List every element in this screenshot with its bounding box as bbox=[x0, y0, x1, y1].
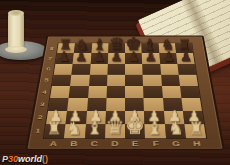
watermark-paren-close: ) bbox=[45, 154, 48, 164]
file-label-f: F bbox=[152, 139, 159, 147]
white-rook-a1[interactable]: ♜ bbox=[46, 120, 61, 137]
square-c1[interactable]: ♝ bbox=[84, 124, 105, 138]
black-pawn-a7[interactable]: ♟ bbox=[58, 50, 70, 63]
black-pawn-e7[interactable]: ♟ bbox=[128, 50, 140, 63]
square-a4[interactable] bbox=[50, 86, 70, 98]
square-h1[interactable]: ♜ bbox=[184, 124, 206, 138]
white-knight-g1[interactable]: ♞ bbox=[168, 120, 184, 138]
square-b5[interactable] bbox=[70, 75, 89, 86]
rank-label-5: 5 bbox=[44, 77, 49, 83]
square-a6[interactable] bbox=[54, 64, 73, 75]
square-h5[interactable] bbox=[178, 75, 198, 86]
file-label-e: E bbox=[132, 139, 139, 147]
chess-board[interactable]: ♜♞♝♛♚♝♞♜♟♟♟♟♟♟♟♟♟♟♟♟♟♟♟♟♜♞♝♛♚♝♞♜ ABCDEFG… bbox=[25, 36, 225, 151]
file-label-g: G bbox=[172, 139, 181, 147]
board-frame: ♜♞♝♛♚♝♞♜♟♟♟♟♟♟♟♟♟♟♟♟♟♟♟♟♜♞♝♛♚♝♞♜ ABCDEFG… bbox=[25, 36, 225, 151]
file-label-h: H bbox=[193, 139, 201, 147]
rank-label-6: 6 bbox=[46, 66, 51, 71]
white-knight-b1[interactable]: ♞ bbox=[66, 120, 82, 138]
square-h4[interactable] bbox=[180, 86, 200, 98]
square-e4[interactable] bbox=[125, 86, 144, 98]
rank-label-8: 8 bbox=[49, 46, 54, 51]
white-queen-d1[interactable]: ♛ bbox=[105, 116, 124, 137]
watermark-logo: P30world() bbox=[2, 154, 48, 164]
square-g6[interactable] bbox=[160, 64, 179, 75]
rank-label-4: 4 bbox=[42, 89, 48, 95]
black-pawn-g7[interactable]: ♟ bbox=[162, 50, 174, 63]
square-c5[interactable] bbox=[89, 75, 108, 86]
square-a1[interactable]: ♜ bbox=[44, 124, 66, 138]
square-g5[interactable] bbox=[161, 75, 180, 86]
square-d6[interactable] bbox=[107, 64, 125, 75]
file-label-d: D bbox=[111, 139, 118, 147]
square-e5[interactable] bbox=[125, 75, 143, 86]
square-h7[interactable]: ♟ bbox=[176, 53, 195, 63]
file-label-c: C bbox=[90, 139, 98, 147]
black-pawn-h7[interactable]: ♟ bbox=[180, 50, 192, 63]
file-labels: ABCDEFGH bbox=[42, 138, 207, 149]
square-f6[interactable] bbox=[142, 64, 160, 75]
white-rook-h1[interactable]: ♜ bbox=[188, 120, 203, 137]
black-pawn-d7[interactable]: ♟ bbox=[110, 50, 122, 63]
square-e7[interactable]: ♟ bbox=[125, 53, 142, 63]
square-b6[interactable] bbox=[72, 64, 91, 75]
square-h6[interactable] bbox=[177, 64, 196, 75]
square-g7[interactable]: ♟ bbox=[159, 53, 177, 63]
board-squares: ♜♞♝♛♚♝♞♜♟♟♟♟♟♟♟♟♟♟♟♟♟♟♟♟♜♞♝♛♚♝♞♜ bbox=[44, 43, 206, 138]
square-c7[interactable]: ♟ bbox=[90, 53, 108, 63]
file-label-b: B bbox=[70, 139, 78, 147]
file-label-a: A bbox=[49, 139, 57, 147]
white-bishop-c1[interactable]: ♝ bbox=[86, 118, 103, 137]
square-g1[interactable]: ♞ bbox=[164, 124, 185, 138]
square-d5[interactable] bbox=[107, 75, 125, 86]
square-b4[interactable] bbox=[69, 86, 89, 98]
black-pawn-f7[interactable]: ♟ bbox=[145, 50, 157, 63]
white-bishop-f1[interactable]: ♝ bbox=[147, 118, 164, 137]
square-f7[interactable]: ♟ bbox=[142, 53, 160, 63]
square-d7[interactable]: ♟ bbox=[108, 53, 125, 63]
black-pawn-c7[interactable]: ♟ bbox=[93, 50, 105, 63]
black-pawn-b7[interactable]: ♟ bbox=[76, 50, 88, 63]
rank-label-2: 2 bbox=[37, 114, 43, 121]
square-a5[interactable] bbox=[52, 75, 72, 86]
square-c6[interactable] bbox=[89, 64, 107, 75]
square-b7[interactable]: ♟ bbox=[73, 53, 91, 63]
rank-label-1: 1 bbox=[35, 128, 41, 135]
square-b1[interactable]: ♞ bbox=[64, 124, 85, 138]
square-f4[interactable] bbox=[143, 86, 162, 98]
square-c4[interactable] bbox=[88, 86, 107, 98]
watermark-30: 30 bbox=[8, 154, 18, 164]
white-king-e1[interactable]: ♚ bbox=[125, 115, 145, 137]
square-d4[interactable] bbox=[106, 86, 125, 98]
watermark-world: world bbox=[18, 154, 42, 164]
square-f1[interactable]: ♝ bbox=[145, 124, 166, 138]
rank-label-7: 7 bbox=[48, 56, 53, 61]
square-f5[interactable] bbox=[143, 75, 162, 86]
square-e6[interactable] bbox=[125, 64, 143, 75]
square-a7[interactable]: ♟ bbox=[55, 53, 74, 63]
square-e1[interactable]: ♚ bbox=[125, 124, 145, 138]
chess-game-scene: ♜♞♝♛♚♝♞♜♟♟♟♟♟♟♟♟♟♟♟♟♟♟♟♟♜♞♝♛♚♝♞♜ ABCDEFG… bbox=[0, 0, 230, 165]
square-d1[interactable]: ♛ bbox=[105, 124, 125, 138]
square-g4[interactable] bbox=[162, 86, 182, 98]
rank-label-3: 3 bbox=[40, 101, 46, 107]
candle-body bbox=[8, 12, 24, 50]
